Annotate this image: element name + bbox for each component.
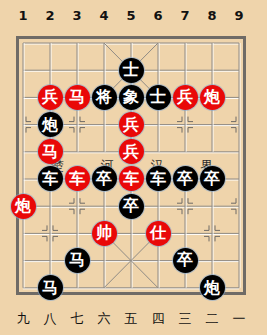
file-label-bottom-3: 七 [64,310,91,328]
piece-black-cannon[interactable]: 炮 [200,275,225,300]
piece-black-soldier[interactable]: 卒 [92,166,117,191]
piece-red-horse[interactable]: 马 [65,85,90,110]
file-label-bottom-7: 三 [172,310,199,328]
piece-red-chariot[interactable]: 车 [65,166,90,191]
piece-black-horse[interactable]: 马 [38,275,63,300]
piece-black-cannon[interactable]: 炮 [38,112,63,137]
piece-black-soldier[interactable]: 卒 [173,248,198,273]
piece-grid[interactable]: 士兵马将象士兵炮炮兵马兵车车卒车车卒卒炮卒帅仕马卒马炮 [10,29,253,301]
piece-black-advisor[interactable]: 士 [119,58,144,83]
file-label-bottom-5: 五 [118,310,145,328]
piece-red-horse[interactable]: 马 [38,139,63,164]
file-label-bottom-9: 一 [226,310,253,328]
piece-black-advisor[interactable]: 士 [146,85,171,110]
xiangqi-app: 123456789 楚河汉界 士兵马将象士兵炮炮兵马兵车车卒车车卒卒炮卒帅仕马卒… [0,0,267,335]
piece-black-chariot[interactable]: 车 [146,166,171,191]
file-label-bottom-4: 六 [91,310,118,328]
piece-red-soldier[interactable]: 兵 [38,85,63,110]
piece-black-soldier[interactable]: 卒 [173,166,198,191]
piece-red-general[interactable]: 帅 [92,221,117,246]
piece-red-chariot[interactable]: 车 [119,166,144,191]
piece-black-general[interactable]: 将 [92,85,117,110]
piece-red-cannon[interactable]: 炮 [200,85,225,110]
piece-red-soldier[interactable]: 兵 [119,112,144,137]
file-labels-bottom: 九八七六五四三二一 [10,310,253,326]
piece-black-soldier[interactable]: 卒 [200,166,225,191]
file-label-bottom-8: 二 [199,310,226,328]
piece-black-soldier[interactable]: 卒 [119,194,144,219]
piece-red-cannon[interactable]: 炮 [11,194,36,219]
piece-black-elephant[interactable]: 象 [119,85,144,110]
piece-red-advisor[interactable]: 仕 [146,221,171,246]
piece-red-soldier[interactable]: 兵 [119,139,144,164]
piece-red-soldier[interactable]: 兵 [173,85,198,110]
file-label-bottom-6: 四 [145,310,172,328]
piece-black-horse[interactable]: 马 [65,248,90,273]
piece-black-chariot[interactable]: 车 [38,166,63,191]
file-label-bottom-2: 八 [37,310,64,328]
file-label-bottom-1: 九 [10,310,37,328]
